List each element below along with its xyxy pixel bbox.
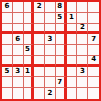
sudoku-cell-empty[interactable] xyxy=(88,77,99,88)
sudoku-cell-empty[interactable] xyxy=(34,34,45,45)
sudoku-cell-empty[interactable] xyxy=(24,13,35,24)
sudoku-cell-empty[interactable] xyxy=(34,67,45,78)
sudoku-cell-given xyxy=(88,88,99,99)
sudoku-cell-empty[interactable] xyxy=(34,88,45,99)
sudoku-cell-empty[interactable] xyxy=(24,2,35,13)
sudoku-cell-empty[interactable] xyxy=(2,56,13,67)
sudoku-cell-empty[interactable] xyxy=(77,77,88,88)
sudoku-cell-empty[interactable] xyxy=(67,45,78,56)
sudoku-cell-empty[interactable] xyxy=(2,13,13,24)
sudoku-cell-given: 5 xyxy=(2,67,13,78)
sudoku-cell-empty[interactable] xyxy=(77,13,88,24)
sudoku-cell-given: 3 xyxy=(13,67,24,78)
sudoku-cell-given: 2 xyxy=(77,24,88,35)
sudoku-cell-empty[interactable] xyxy=(13,56,24,67)
sudoku-cell-empty[interactable] xyxy=(67,88,78,99)
sudoku-cell-empty[interactable] xyxy=(45,13,56,24)
sudoku-cell-empty[interactable] xyxy=(45,56,56,67)
sudoku-cell-empty[interactable] xyxy=(77,2,88,13)
sudoku-cell-empty[interactable] xyxy=(77,34,88,45)
sudoku-cell-given: 6 xyxy=(2,2,13,13)
sudoku-cell-empty[interactable] xyxy=(13,13,24,24)
sudoku-cell-empty[interactable] xyxy=(56,24,67,35)
sudoku-cell-empty[interactable] xyxy=(88,24,99,35)
sudoku-cell-empty[interactable] xyxy=(13,24,24,35)
sudoku-cell-given: 7 xyxy=(88,34,99,45)
sudoku-cell-empty[interactable] xyxy=(2,34,13,45)
sudoku-cell-given: 1 xyxy=(24,67,35,78)
sudoku-cell-empty[interactable] xyxy=(34,56,45,67)
sudoku-cell-empty[interactable] xyxy=(2,24,13,35)
sudoku-cell-empty[interactable] xyxy=(45,77,56,88)
sudoku-cell-empty[interactable] xyxy=(34,13,45,24)
sudoku-cell-empty[interactable] xyxy=(13,88,24,99)
sudoku-cell-empty[interactable] xyxy=(67,56,78,67)
sudoku-cell-given: 1 xyxy=(67,13,78,24)
sudoku-cell-empty[interactable] xyxy=(34,24,45,35)
sudoku-cell-empty[interactable] xyxy=(67,67,78,78)
sudoku-cell-empty[interactable] xyxy=(13,2,24,13)
sudoku-cell-given: 3 xyxy=(77,67,88,78)
sudoku-cell-empty[interactable] xyxy=(88,13,99,24)
sudoku-board: 62851263754531372 xyxy=(0,0,101,101)
sudoku-cell-empty[interactable] xyxy=(45,45,56,56)
sudoku-cell-empty[interactable] xyxy=(56,56,67,67)
sudoku-cell-empty[interactable] xyxy=(13,45,24,56)
sudoku-cell-empty[interactable] xyxy=(34,77,45,88)
sudoku-cell-empty[interactable] xyxy=(24,88,35,99)
sudoku-cell-given: 5 xyxy=(24,45,35,56)
sudoku-cell-empty[interactable] xyxy=(24,34,35,45)
sudoku-cell-empty[interactable] xyxy=(2,45,13,56)
sudoku-cell-given: 7 xyxy=(56,77,67,88)
sudoku-cell-empty[interactable] xyxy=(88,2,99,13)
sudoku-cell-given: 4 xyxy=(88,56,99,67)
sudoku-cell-empty[interactable] xyxy=(67,2,78,13)
sudoku-cell-empty[interactable] xyxy=(88,45,99,56)
sudoku-cell-empty[interactable] xyxy=(24,56,35,67)
sudoku-cell-empty[interactable] xyxy=(45,2,56,13)
sudoku-cell-empty[interactable] xyxy=(45,24,56,35)
sudoku-cell-given xyxy=(77,88,88,99)
sudoku-cell-empty[interactable] xyxy=(77,45,88,56)
sudoku-cell-empty[interactable] xyxy=(24,24,35,35)
sudoku-cell-given: 5 xyxy=(56,13,67,24)
sudoku-cell-given: 8 xyxy=(56,2,67,13)
sudoku-cell-empty[interactable] xyxy=(2,77,13,88)
sudoku-cell-empty[interactable] xyxy=(67,34,78,45)
sudoku-cell-empty[interactable] xyxy=(77,56,88,67)
sudoku-cell-empty[interactable] xyxy=(56,45,67,56)
sudoku-cell-empty[interactable] xyxy=(67,77,78,88)
sudoku-cell-empty[interactable] xyxy=(24,77,35,88)
sudoku-cell-empty[interactable] xyxy=(56,88,67,99)
sudoku-cell-empty[interactable] xyxy=(56,67,67,78)
sudoku-cell-empty[interactable] xyxy=(67,24,78,35)
sudoku-cell-empty[interactable] xyxy=(13,77,24,88)
sudoku-cell-empty[interactable] xyxy=(88,67,99,78)
sudoku-cell-empty[interactable] xyxy=(2,88,13,99)
sudoku-cell-given: 6 xyxy=(13,34,24,45)
sudoku-cell-given: 2 xyxy=(45,88,56,99)
sudoku-cell-empty[interactable] xyxy=(45,67,56,78)
sudoku-cell-empty[interactable] xyxy=(56,34,67,45)
sudoku-cell-given: 2 xyxy=(34,2,45,13)
sudoku-cell-given: 3 xyxy=(45,34,56,45)
sudoku-cell-empty[interactable] xyxy=(34,45,45,56)
